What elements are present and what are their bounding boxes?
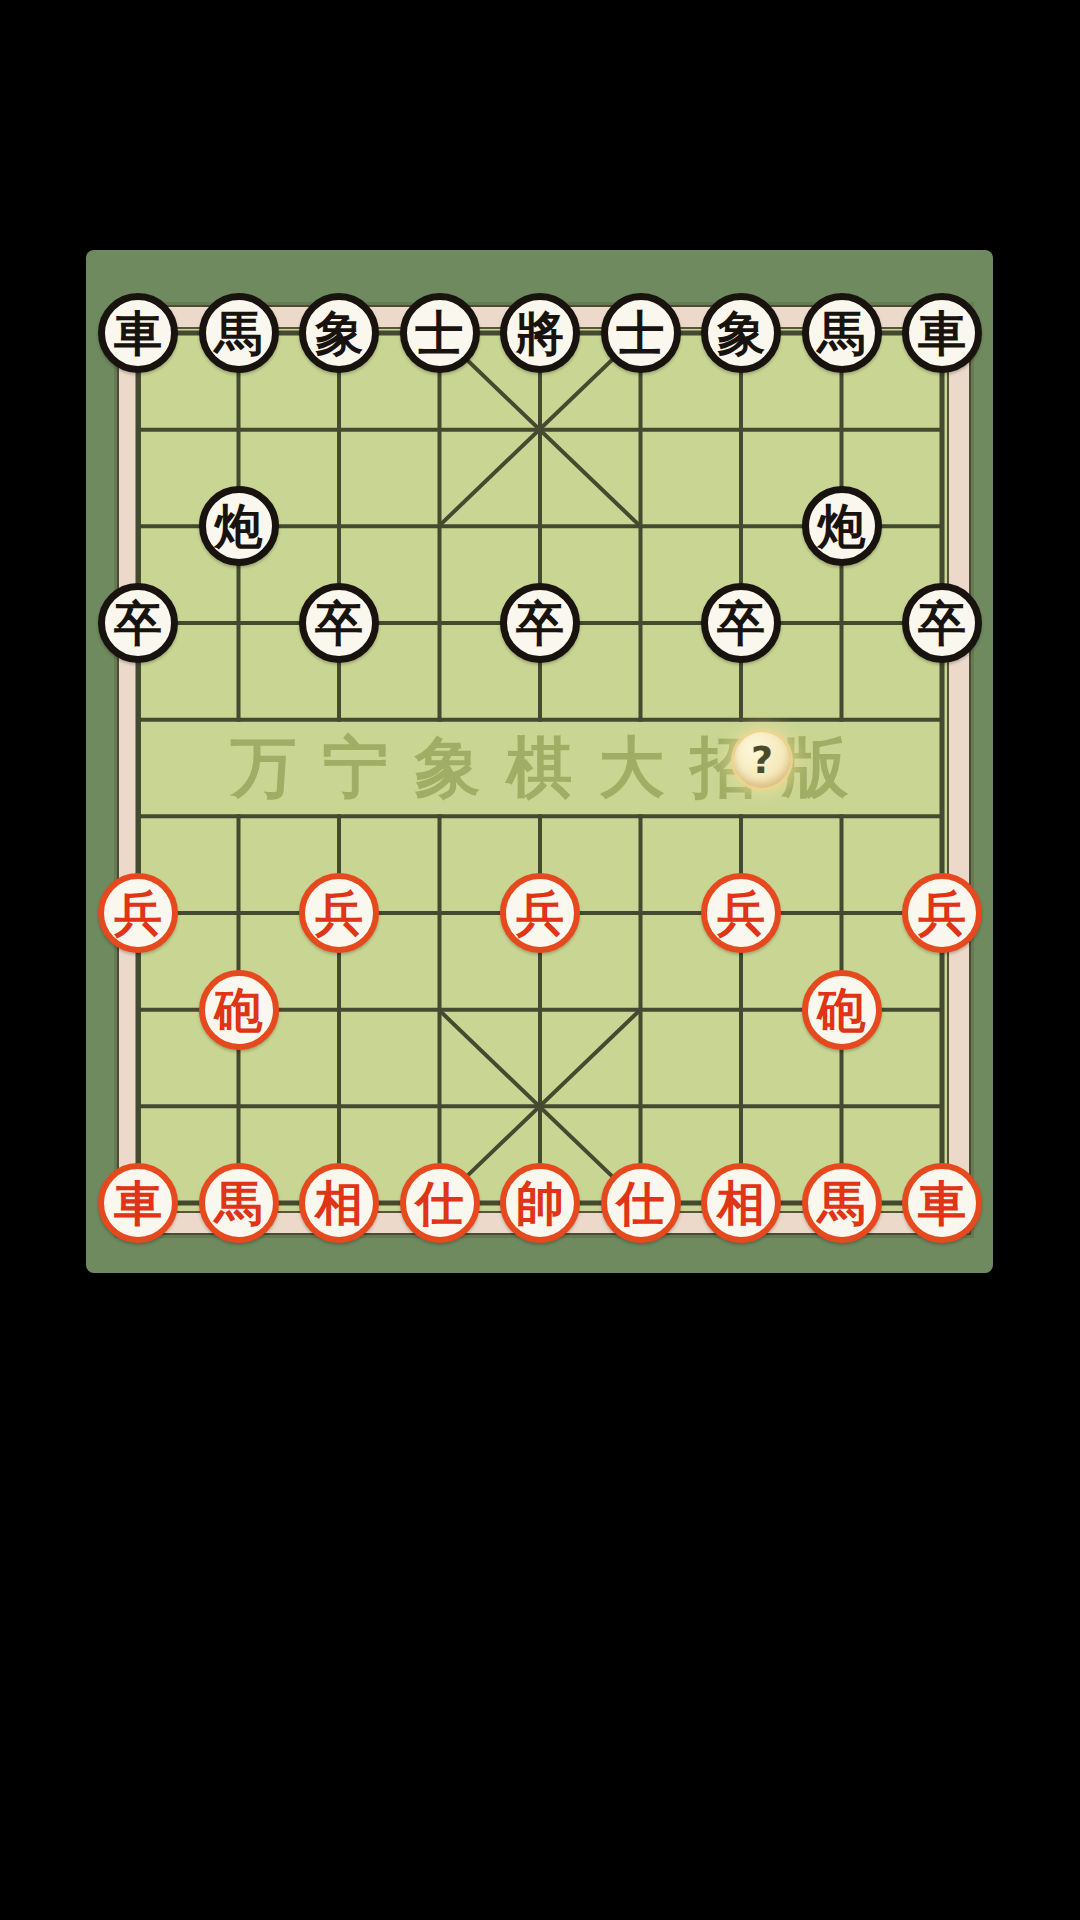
piece-black-horse[interactable]: 馬 — [802, 293, 882, 373]
piece-red-soldier[interactable]: 兵 — [500, 873, 580, 953]
piece-red-cannon[interactable]: 砲 — [802, 970, 882, 1050]
piece-black-soldier[interactable]: 卒 — [701, 583, 781, 663]
board-frame — [119, 307, 969, 1233]
piece-black-general[interactable]: 將 — [500, 293, 580, 373]
piece-red-horse[interactable]: 馬 — [802, 1163, 882, 1243]
piece-red-soldier[interactable]: 兵 — [701, 873, 781, 953]
piece-red-chariot[interactable]: 車 — [902, 1163, 982, 1243]
piece-black-chariot[interactable]: 車 — [902, 293, 982, 373]
piece-black-soldier[interactable]: 卒 — [500, 583, 580, 663]
piece-black-advisor[interactable]: 士 — [601, 293, 681, 373]
xiangqi-board: 万宁象棋大招版 ? 車馬象士將士象馬車炮炮卒卒卒卒卒兵兵兵兵兵砲砲車馬相仕帥仕相… — [86, 250, 993, 1273]
question-mark: ? — [751, 738, 773, 782]
piece-black-horse[interactable]: 馬 — [199, 293, 279, 373]
piece-black-elephant[interactable]: 象 — [701, 293, 781, 373]
piece-red-soldier[interactable]: 兵 — [902, 873, 982, 953]
piece-black-advisor[interactable]: 士 — [400, 293, 480, 373]
piece-black-chariot[interactable]: 車 — [98, 293, 178, 373]
piece-red-horse[interactable]: 馬 — [199, 1163, 279, 1243]
piece-black-soldier[interactable]: 卒 — [299, 583, 379, 663]
piece-red-chariot[interactable]: 車 — [98, 1163, 178, 1243]
piece-red-general[interactable]: 帥 — [500, 1163, 580, 1243]
piece-red-cannon[interactable]: 砲 — [199, 970, 279, 1050]
piece-red-advisor[interactable]: 仕 — [601, 1163, 681, 1243]
piece-red-elephant[interactable]: 相 — [701, 1163, 781, 1243]
piece-black-cannon[interactable]: 炮 — [199, 486, 279, 566]
help-coin-icon[interactable]: ? — [734, 732, 790, 788]
piece-red-elephant[interactable]: 相 — [299, 1163, 379, 1243]
piece-black-elephant[interactable]: 象 — [299, 293, 379, 373]
app-screen: { "game": "Xiangqi (Chinese chess)", "ap… — [0, 0, 1080, 1920]
piece-red-advisor[interactable]: 仕 — [400, 1163, 480, 1243]
piece-red-soldier[interactable]: 兵 — [98, 873, 178, 953]
piece-black-cannon[interactable]: 炮 — [802, 486, 882, 566]
piece-black-soldier[interactable]: 卒 — [902, 583, 982, 663]
piece-black-soldier[interactable]: 卒 — [98, 583, 178, 663]
piece-red-soldier[interactable]: 兵 — [299, 873, 379, 953]
